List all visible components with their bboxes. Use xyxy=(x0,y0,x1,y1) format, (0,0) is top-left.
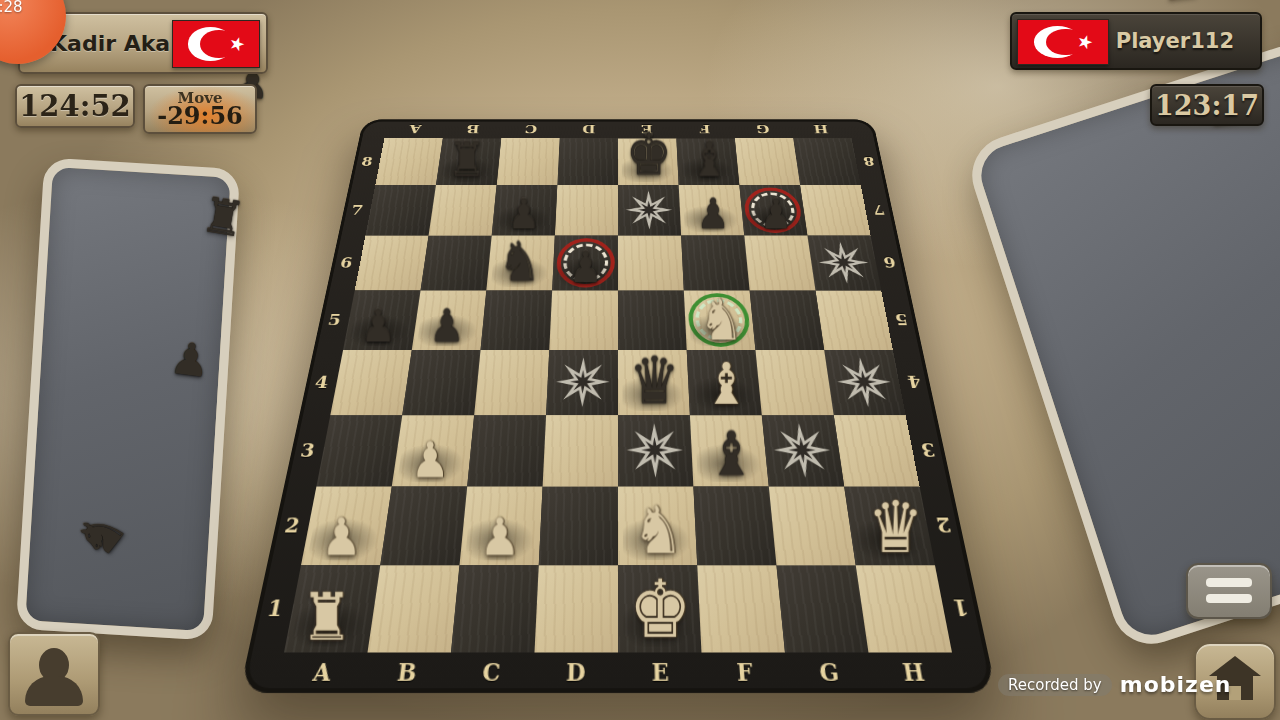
black-bishop-f3[interactable]: ♝ xyxy=(707,424,754,484)
square-d4[interactable] xyxy=(546,350,618,415)
square-b8[interactable]: ♜ xyxy=(436,138,501,185)
white-knight-e2[interactable]: ♞ xyxy=(632,498,683,564)
turkey-flag-icon: ★ xyxy=(1017,19,1109,65)
captured-tray-left: ♟♜♟♞ xyxy=(16,157,240,640)
black-rook-b8[interactable]: ♜ xyxy=(448,136,485,184)
square-c4[interactable] xyxy=(474,350,549,415)
square-h1[interactable] xyxy=(856,565,952,652)
square-b3[interactable]: ♟ xyxy=(392,415,474,486)
square-h5[interactable] xyxy=(815,290,892,350)
black-player-name: Player112 xyxy=(1116,14,1234,68)
white-rook-a1[interactable]: ♜ xyxy=(301,585,352,651)
menu-bars-icon xyxy=(1206,594,1252,603)
square-c3[interactable] xyxy=(467,415,546,486)
move-timer-panel: Move -29:56 xyxy=(143,84,257,134)
white-clock: 124:52 xyxy=(15,84,135,128)
menu-button[interactable] xyxy=(1186,563,1272,619)
file-label-bottom-B: B xyxy=(362,655,451,691)
square-a2[interactable]: ♟ xyxy=(301,487,392,566)
file-label-top-G: G xyxy=(733,120,793,137)
square-c6[interactable]: ♞ xyxy=(486,236,554,291)
captured-white-pawn: ♟ xyxy=(1276,186,1280,402)
black-queen-e4[interactable]: ♛ xyxy=(629,349,680,414)
person-icon xyxy=(25,676,83,706)
file-label-bottom-H: H xyxy=(869,655,960,691)
chess-board: ♟♟♜♜♟♟♟♞♟♟♚♛♞♚♝♟♞♝♝♟♛ AABBCCDDEEFFGGHH88… xyxy=(239,119,996,693)
file-label-bottom-G: G xyxy=(785,655,874,691)
square-e8[interactable]: ♚ xyxy=(618,138,679,185)
file-label-bottom-E: E xyxy=(618,655,703,691)
square-b6[interactable] xyxy=(421,236,492,291)
square-d5[interactable] xyxy=(549,290,618,350)
square-b4[interactable] xyxy=(402,350,480,415)
board-scene: ♟♟♜♜♟♟♟♞♟♟♚♛♞♚♝♟♞♝♝♟♛ AABBCCDDEEFFGGHH88… xyxy=(268,0,968,700)
square-e1[interactable]: ♚ xyxy=(618,565,701,652)
file-label-top-H: H xyxy=(791,120,852,137)
file-label-top-C: C xyxy=(501,120,560,137)
square-a3[interactable] xyxy=(316,415,402,486)
black-clock: 123:17 xyxy=(1150,84,1264,126)
square-a7[interactable] xyxy=(365,185,436,235)
black-king-e8[interactable]: ♚ xyxy=(626,126,671,184)
file-label-bottom-C: C xyxy=(447,655,534,691)
move-timer-value: -29:56 xyxy=(145,101,255,130)
square-b7[interactable] xyxy=(429,185,497,235)
recording-timer: 06:28 xyxy=(0,0,32,16)
square-a8[interactable] xyxy=(375,138,443,185)
square-f7[interactable]: ♟ xyxy=(679,185,745,235)
square-c5[interactable] xyxy=(481,290,553,350)
square-f8[interactable]: ♝ xyxy=(676,138,739,185)
white-player-name: Kadir Aka xyxy=(50,14,170,72)
square-f4[interactable]: ♝ xyxy=(687,350,762,415)
square-h8[interactable] xyxy=(793,138,861,185)
black-pawn-a5[interactable]: ♟ xyxy=(360,303,395,348)
square-h7[interactable] xyxy=(800,185,871,235)
file-label-bottom-D: D xyxy=(533,655,618,691)
square-f6[interactable] xyxy=(681,236,749,291)
square-c7[interactable]: ♟ xyxy=(492,185,558,235)
white-pawn-b3[interactable]: ♟ xyxy=(411,435,449,484)
black-pawn-c7[interactable]: ♟ xyxy=(507,193,539,234)
square-a5[interactable]: ♟ xyxy=(343,290,420,350)
file-label-bottom-A: A xyxy=(277,655,368,691)
move-target-star-icon xyxy=(834,358,896,407)
square-g5[interactable] xyxy=(750,290,825,350)
move-target-star-icon xyxy=(555,358,610,407)
white-king-e1[interactable]: ♚ xyxy=(628,570,690,650)
black-bishop-f8[interactable]: ♝ xyxy=(690,135,728,184)
square-b1[interactable] xyxy=(368,565,460,652)
square-g2[interactable] xyxy=(769,487,856,566)
square-h6[interactable] xyxy=(807,236,881,291)
square-f1[interactable] xyxy=(697,565,785,652)
square-g4[interactable] xyxy=(755,350,833,415)
square-c2[interactable]: ♟ xyxy=(460,487,543,566)
square-a6[interactable] xyxy=(355,236,429,291)
white-pawn-c2[interactable]: ♟ xyxy=(479,511,519,563)
square-f2[interactable] xyxy=(693,487,776,566)
menu-bars-icon xyxy=(1206,578,1252,587)
square-g8[interactable] xyxy=(735,138,800,185)
crescent-icon xyxy=(1034,26,1081,58)
square-h2[interactable]: ♛ xyxy=(844,487,935,566)
square-d2[interactable] xyxy=(539,487,618,566)
white-bishop-f4[interactable]: ♝ xyxy=(703,356,748,413)
square-g7[interactable]: ♟ xyxy=(739,185,807,235)
square-h3[interactable] xyxy=(834,415,920,486)
captured-black-knight: ♞ xyxy=(66,500,154,583)
square-b5[interactable]: ♟ xyxy=(412,290,487,350)
square-a4[interactable] xyxy=(330,350,411,415)
square-e2[interactable]: ♞ xyxy=(618,487,697,566)
black-pawn-b5[interactable]: ♟ xyxy=(429,303,464,348)
square-d8[interactable] xyxy=(557,138,618,185)
square-e7[interactable] xyxy=(618,185,681,235)
mobizen-brand: mobizen xyxy=(1120,672,1232,697)
file-label-top-A: A xyxy=(385,120,446,137)
move-target-star-icon xyxy=(771,423,834,477)
square-e3[interactable] xyxy=(618,415,693,486)
square-c1[interactable] xyxy=(451,565,539,652)
square-c8[interactable] xyxy=(497,138,560,185)
file-label-top-D: D xyxy=(560,120,618,137)
black-player-plate: ★ Player112 xyxy=(1010,12,1262,70)
square-d3[interactable] xyxy=(543,415,618,486)
watermark-text: Recorded by xyxy=(998,674,1112,696)
watermark: Recorded by mobizen xyxy=(998,672,1231,697)
square-b2[interactable] xyxy=(380,487,467,566)
board-grid: ♟♟♜♜♟♟♟♞♟♟♚♛♞♚♝♟♞♝♝♟♛ xyxy=(284,138,952,652)
white-pawn-a2[interactable]: ♟ xyxy=(321,511,361,563)
crescent-icon xyxy=(188,27,233,60)
square-e4[interactable]: ♛ xyxy=(618,350,690,415)
square-d1[interactable] xyxy=(535,565,618,652)
square-e6[interactable] xyxy=(618,236,684,291)
turkey-flag-icon: ★ xyxy=(172,20,260,68)
square-a1[interactable]: ♜ xyxy=(284,565,380,652)
move-target-star-icon xyxy=(627,423,684,477)
black-knight-c6[interactable]: ♞ xyxy=(498,234,541,289)
black-pawn-f7[interactable]: ♟ xyxy=(697,193,729,234)
square-g1[interactable] xyxy=(776,565,868,652)
square-g3[interactable] xyxy=(762,415,844,486)
square-h4[interactable] xyxy=(824,350,905,415)
white-queen-h2[interactable]: ♛ xyxy=(867,492,923,563)
profile-button[interactable] xyxy=(8,632,100,716)
square-g6[interactable] xyxy=(744,236,815,291)
square-f3[interactable]: ♝ xyxy=(690,415,769,486)
square-e5[interactable] xyxy=(618,290,687,350)
move-target-star-icon xyxy=(625,191,673,229)
square-f5[interactable]: ♞ xyxy=(684,290,756,350)
move-target-star-icon xyxy=(816,242,872,284)
file-label-bottom-F: F xyxy=(702,655,789,691)
square-d7[interactable] xyxy=(555,185,618,235)
square-d6[interactable]: ♟ xyxy=(552,236,618,291)
